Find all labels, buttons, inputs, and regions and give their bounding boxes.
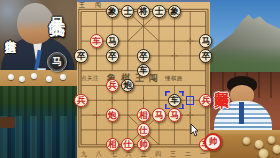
marshal-seal-glyph: 帅: [209, 136, 218, 148]
xiangqi-piece-black-卒[interactable]: 卒: [74, 49, 87, 62]
thumbnail-stage: 吴贵临 台湾棋王 马 王 闯 点关注 象棋王闯 懂棋路 九八七六五四三二一 象士…: [0, 0, 280, 158]
xiangqi-piece-black-士[interactable]: 士: [152, 5, 165, 18]
file-label: 一: [200, 150, 206, 158]
file-label: 九: [81, 150, 87, 158]
file-label: 四: [155, 150, 161, 158]
table-piece: [242, 136, 251, 145]
lake-dock: [0, 117, 15, 128]
go-stone: [60, 74, 66, 80]
horse-seal-glyph: 马: [52, 55, 62, 69]
go-stone: [8, 74, 14, 80]
lake-scenery-photo: [0, 86, 77, 158]
file-label: 八: [96, 150, 102, 158]
left-player-panel: 吴贵临 台湾棋王 马: [0, 0, 77, 158]
file-label: 七: [111, 150, 117, 158]
mountain-vegetation: [210, 46, 280, 72]
xiangqi-piece-black-马[interactable]: 马: [106, 34, 119, 47]
xiangqi-piece-red-仕[interactable]: 仕: [137, 123, 150, 136]
last-move-from-marker: [186, 96, 195, 105]
file-label: 三: [170, 150, 176, 158]
table-piece: [258, 148, 269, 158]
river-text-right: 懂棋路: [165, 75, 183, 82]
file-label: 六: [126, 150, 132, 158]
go-stone: [46, 76, 52, 82]
board-watermark: 王 闯: [79, 1, 105, 10]
xiangqi-piece-black-卒[interactable]: 卒: [199, 49, 212, 62]
go-stone: [31, 73, 37, 79]
mountain-scenery-photo: [210, 0, 280, 72]
table-piece: [272, 144, 280, 154]
xiangqi-piece-red-马[interactable]: 马: [168, 108, 181, 121]
mouse-cursor: [190, 124, 199, 137]
left-player-name: 吴贵临: [48, 3, 65, 9]
xiangqi-piece-red-马[interactable]: 马: [152, 108, 165, 121]
xiangqi-piece-black-卒[interactable]: 卒: [137, 49, 150, 62]
xiangqi-piece-black-卒[interactable]: 卒: [106, 49, 119, 62]
xiangqi-piece-red-炮[interactable]: 炮: [106, 108, 119, 121]
left-player-photo: [0, 0, 77, 86]
xiangqi-piece-red-兵[interactable]: 兵: [106, 79, 119, 92]
xiangqi-piece-black-车[interactable]: 车: [168, 94, 181, 107]
left-channel-seal: 马: [47, 52, 67, 72]
right-player-name: 赵国荣: [214, 80, 229, 83]
file-labels: 九八七六五四三二一: [81, 150, 206, 158]
river-text-left: 点关注: [81, 75, 99, 82]
xiangqi-piece-red-相[interactable]: 相: [137, 108, 150, 121]
right-channel-seal: 帅: [204, 133, 222, 151]
go-stone: [19, 76, 25, 82]
file-label: 二: [185, 150, 191, 158]
xiangqi-piece-black-象[interactable]: 象: [106, 5, 119, 18]
xiangqi-piece-red-车[interactable]: 车: [90, 34, 103, 47]
file-label: 五: [140, 150, 146, 158]
xiangqi-piece-red-兵[interactable]: 兵: [74, 94, 87, 107]
left-player-title: 台湾棋王: [4, 30, 16, 34]
table-piece: [267, 135, 276, 144]
right-player-panel: 赵国荣: [210, 0, 280, 158]
right-player-lanyard: [239, 102, 244, 124]
